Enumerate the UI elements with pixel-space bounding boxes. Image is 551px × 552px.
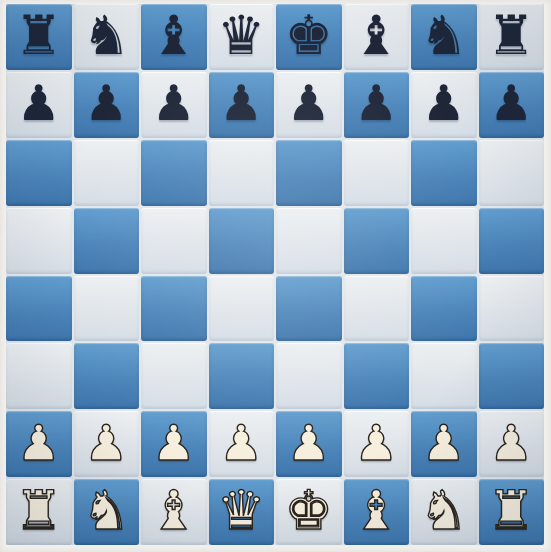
square-b1[interactable]: ♞ xyxy=(74,479,140,545)
square-c3[interactable] xyxy=(141,343,207,409)
black-queen-piece: ♛ xyxy=(217,9,265,63)
square-f7[interactable]: ♟ xyxy=(344,72,410,138)
square-e7[interactable]: ♟ xyxy=(276,72,342,138)
square-f5[interactable] xyxy=(344,208,410,274)
square-g1[interactable]: ♞ xyxy=(411,479,477,545)
square-a6[interactable] xyxy=(6,140,72,206)
square-f4[interactable] xyxy=(344,276,410,342)
square-g7[interactable]: ♟ xyxy=(411,72,477,138)
square-d4[interactable] xyxy=(209,276,275,342)
black-pawn-piece: ♟ xyxy=(287,79,331,128)
square-a4[interactable] xyxy=(6,276,72,342)
white-pawn-piece: ♟ xyxy=(287,419,331,468)
white-pawn-piece: ♟ xyxy=(84,419,128,468)
square-e6[interactable] xyxy=(276,140,342,206)
square-c7[interactable]: ♟ xyxy=(141,72,207,138)
square-h4[interactable] xyxy=(479,276,545,342)
black-pawn-piece: ♟ xyxy=(422,79,466,128)
square-d6[interactable] xyxy=(209,140,275,206)
white-pawn-piece: ♟ xyxy=(354,419,398,468)
white-pawn-piece: ♟ xyxy=(219,419,263,468)
square-c4[interactable] xyxy=(141,276,207,342)
square-a5[interactable] xyxy=(6,208,72,274)
black-pawn-piece: ♟ xyxy=(219,79,263,128)
black-pawn-piece: ♟ xyxy=(489,79,533,128)
black-king-piece: ♚ xyxy=(285,9,333,63)
white-pawn-piece: ♟ xyxy=(152,419,196,468)
square-b4[interactable] xyxy=(74,276,140,342)
square-h7[interactable]: ♟ xyxy=(479,72,545,138)
square-c5[interactable] xyxy=(141,208,207,274)
square-h8[interactable]: ♜ xyxy=(479,4,545,70)
square-h2[interactable]: ♟ xyxy=(479,411,545,477)
white-pawn-piece: ♟ xyxy=(422,419,466,468)
square-d5[interactable] xyxy=(209,208,275,274)
white-bishop-piece: ♝ xyxy=(352,484,400,538)
black-pawn-piece: ♟ xyxy=(354,79,398,128)
square-e2[interactable]: ♟ xyxy=(276,411,342,477)
square-d8[interactable]: ♛ xyxy=(209,4,275,70)
board-frame: ♜♞♝♛♚♝♞♜♟♟♟♟♟♟♟♟♟♟♟♟♟♟♟♟♜♞♝♛♚♝♞♜ xyxy=(0,0,551,552)
square-d3[interactable] xyxy=(209,343,275,409)
square-b3[interactable] xyxy=(74,343,140,409)
square-f6[interactable] xyxy=(344,140,410,206)
square-h3[interactable] xyxy=(479,343,545,409)
square-e1[interactable]: ♚ xyxy=(276,479,342,545)
square-c6[interactable] xyxy=(141,140,207,206)
square-b6[interactable] xyxy=(74,140,140,206)
square-f3[interactable] xyxy=(344,343,410,409)
square-b7[interactable]: ♟ xyxy=(74,72,140,138)
square-d2[interactable]: ♟ xyxy=(209,411,275,477)
square-e5[interactable] xyxy=(276,208,342,274)
square-g6[interactable] xyxy=(411,140,477,206)
square-e4[interactable] xyxy=(276,276,342,342)
chess-board: ♜♞♝♛♚♝♞♜♟♟♟♟♟♟♟♟♟♟♟♟♟♟♟♟♜♞♝♛♚♝♞♜ xyxy=(6,4,544,545)
square-f1[interactable]: ♝ xyxy=(344,479,410,545)
white-rook-piece: ♜ xyxy=(15,484,63,538)
black-rook-piece: ♜ xyxy=(487,9,535,63)
black-bishop-piece: ♝ xyxy=(150,9,198,63)
square-d1[interactable]: ♛ xyxy=(209,479,275,545)
square-e8[interactable]: ♚ xyxy=(276,4,342,70)
square-e3[interactable] xyxy=(276,343,342,409)
square-a7[interactable]: ♟ xyxy=(6,72,72,138)
square-g3[interactable] xyxy=(411,343,477,409)
black-pawn-piece: ♟ xyxy=(152,79,196,128)
square-h1[interactable]: ♜ xyxy=(479,479,545,545)
square-c1[interactable]: ♝ xyxy=(141,479,207,545)
square-a1[interactable]: ♜ xyxy=(6,479,72,545)
white-knight-piece: ♞ xyxy=(82,484,130,538)
square-c8[interactable]: ♝ xyxy=(141,4,207,70)
square-h5[interactable] xyxy=(479,208,545,274)
square-f2[interactable]: ♟ xyxy=(344,411,410,477)
square-a2[interactable]: ♟ xyxy=(6,411,72,477)
black-bishop-piece: ♝ xyxy=(352,9,400,63)
square-d7[interactable]: ♟ xyxy=(209,72,275,138)
black-rook-piece: ♜ xyxy=(15,9,63,63)
square-b5[interactable] xyxy=(74,208,140,274)
square-b8[interactable]: ♞ xyxy=(74,4,140,70)
black-pawn-piece: ♟ xyxy=(17,79,61,128)
black-pawn-piece: ♟ xyxy=(84,79,128,128)
black-knight-piece: ♞ xyxy=(420,9,468,63)
square-h6[interactable] xyxy=(479,140,545,206)
white-rook-piece: ♜ xyxy=(487,484,535,538)
white-pawn-piece: ♟ xyxy=(17,419,61,468)
white-queen-piece: ♛ xyxy=(217,484,265,538)
black-knight-piece: ♞ xyxy=(82,9,130,63)
square-g2[interactable]: ♟ xyxy=(411,411,477,477)
white-pawn-piece: ♟ xyxy=(489,419,533,468)
square-c2[interactable]: ♟ xyxy=(141,411,207,477)
square-a8[interactable]: ♜ xyxy=(6,4,72,70)
square-g5[interactable] xyxy=(411,208,477,274)
square-g4[interactable] xyxy=(411,276,477,342)
white-knight-piece: ♞ xyxy=(420,484,468,538)
white-king-piece: ♚ xyxy=(285,484,333,538)
square-f8[interactable]: ♝ xyxy=(344,4,410,70)
square-a3[interactable] xyxy=(6,343,72,409)
square-b2[interactable]: ♟ xyxy=(74,411,140,477)
square-g8[interactable]: ♞ xyxy=(411,4,477,70)
white-bishop-piece: ♝ xyxy=(150,484,198,538)
